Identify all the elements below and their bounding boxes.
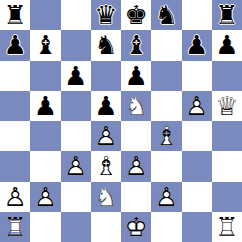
white-bishop-icon[interactable]: ♝♗ <box>155 123 178 149</box>
square-h6[interactable] <box>212 61 242 91</box>
white-pawn-icon[interactable]: ♟♙ <box>124 153 147 179</box>
square-g4[interactable] <box>182 121 212 151</box>
square-e5[interactable]: ♞♘ <box>121 91 151 121</box>
square-a4[interactable] <box>0 121 30 151</box>
piece-outline-layer: ♙ <box>185 93 208 119</box>
square-h2[interactable] <box>212 182 242 212</box>
square-d6[interactable] <box>91 61 121 91</box>
square-e6[interactable]: ♟ <box>121 61 151 91</box>
square-d7[interactable]: ♞ <box>91 30 121 60</box>
white-pawn-icon[interactable]: ♟♙ <box>94 123 117 149</box>
black-pawn-icon[interactable]: ♟ <box>3 32 26 58</box>
black-king-icon[interactable]: ♚ <box>124 2 147 28</box>
black-pawn-icon[interactable]: ♟ <box>34 93 57 119</box>
square-d4[interactable]: ♟♙ <box>91 121 121 151</box>
piece-outline-layer: ♙ <box>94 123 117 149</box>
square-b8[interactable] <box>30 0 60 30</box>
square-b4[interactable] <box>30 121 60 151</box>
square-g7[interactable]: ♟ <box>182 30 212 60</box>
square-g8[interactable] <box>182 0 212 30</box>
black-rook-icon[interactable]: ♜ <box>3 2 26 28</box>
square-f7[interactable] <box>151 30 181 60</box>
piece-outline-layer: ♘ <box>94 184 117 210</box>
square-h3[interactable] <box>212 151 242 181</box>
piece-outline-layer: ♙ <box>155 184 178 210</box>
square-h4[interactable] <box>212 121 242 151</box>
square-h8[interactable]: ♜ <box>212 0 242 30</box>
piece-outline-layer: ♗ <box>94 153 117 179</box>
square-e7[interactable]: ♝ <box>121 30 151 60</box>
black-pawn-icon[interactable]: ♟ <box>215 32 238 58</box>
square-a5[interactable] <box>0 91 30 121</box>
square-c1[interactable] <box>61 212 91 242</box>
white-bishop-icon[interactable]: ♝♗ <box>94 153 117 179</box>
square-c8[interactable] <box>61 0 91 30</box>
square-h5[interactable]: ♛♕ <box>212 91 242 121</box>
square-e3[interactable]: ♟♙ <box>121 151 151 181</box>
chess-board: ♜♛♚♞♜♟♝♞♝♟♟♟♟♟♟♞♘♟♙♛♕♟♙♝♗♟♙♝♗♟♙♟♙♟♙♞♘♟♙♜… <box>0 0 242 242</box>
square-h7[interactable]: ♟ <box>212 30 242 60</box>
black-queen-icon[interactable]: ♛ <box>94 2 117 28</box>
square-b6[interactable] <box>30 61 60 91</box>
black-pawn-icon[interactable]: ♟ <box>94 93 117 119</box>
square-b7[interactable]: ♝ <box>30 30 60 60</box>
white-pawn-icon[interactable]: ♟♙ <box>155 184 178 210</box>
square-f8[interactable]: ♞ <box>151 0 181 30</box>
square-f5[interactable] <box>151 91 181 121</box>
piece-outline-layer: ♙ <box>34 184 57 210</box>
square-a6[interactable] <box>0 61 30 91</box>
square-g3[interactable] <box>182 151 212 181</box>
square-e8[interactable]: ♚ <box>121 0 151 30</box>
square-c6[interactable]: ♟ <box>61 61 91 91</box>
white-queen-icon[interactable]: ♛♕ <box>215 93 238 119</box>
square-a7[interactable]: ♟ <box>0 30 30 60</box>
square-g2[interactable] <box>182 182 212 212</box>
black-bishop-icon[interactable]: ♝ <box>34 32 57 58</box>
square-e1[interactable]: ♚♔ <box>121 212 151 242</box>
black-bishop-icon[interactable]: ♝ <box>124 32 147 58</box>
square-e4[interactable] <box>121 121 151 151</box>
white-rook-icon[interactable]: ♜♖ <box>3 214 26 240</box>
piece-outline-layer: ♙ <box>3 184 26 210</box>
square-a2[interactable]: ♟♙ <box>0 182 30 212</box>
square-f4[interactable]: ♝♗ <box>151 121 181 151</box>
square-d1[interactable] <box>91 212 121 242</box>
square-c5[interactable] <box>61 91 91 121</box>
piece-outline-layer: ♖ <box>215 214 238 240</box>
square-d2[interactable]: ♞♘ <box>91 182 121 212</box>
white-knight-icon[interactable]: ♞♘ <box>124 93 147 119</box>
square-a3[interactable] <box>0 151 30 181</box>
piece-outline-layer: ♕ <box>215 93 238 119</box>
square-b3[interactable] <box>30 151 60 181</box>
square-d5[interactable]: ♟ <box>91 91 121 121</box>
black-pawn-icon[interactable]: ♟ <box>185 32 208 58</box>
square-f6[interactable] <box>151 61 181 91</box>
square-a1[interactable]: ♜♖ <box>0 212 30 242</box>
white-pawn-icon[interactable]: ♟♙ <box>185 93 208 119</box>
square-h1[interactable]: ♜♖ <box>212 212 242 242</box>
square-b1[interactable] <box>30 212 60 242</box>
square-g5[interactable]: ♟♙ <box>182 91 212 121</box>
square-g6[interactable] <box>182 61 212 91</box>
piece-outline-layer: ♔ <box>124 214 147 240</box>
black-knight-icon[interactable]: ♞ <box>155 2 178 28</box>
square-b5[interactable]: ♟ <box>30 91 60 121</box>
white-rook-icon[interactable]: ♜♖ <box>215 214 238 240</box>
piece-outline-layer: ♘ <box>124 93 147 119</box>
square-c3[interactable]: ♟♙ <box>61 151 91 181</box>
square-c4[interactable] <box>61 121 91 151</box>
square-c2[interactable] <box>61 182 91 212</box>
white-pawn-icon[interactable]: ♟♙ <box>34 184 57 210</box>
black-knight-icon[interactable]: ♞ <box>94 32 117 58</box>
square-f3[interactable] <box>151 151 181 181</box>
square-g1[interactable] <box>182 212 212 242</box>
piece-outline-layer: ♙ <box>124 153 147 179</box>
square-d8[interactable]: ♛ <box>91 0 121 30</box>
square-f2[interactable]: ♟♙ <box>151 182 181 212</box>
black-pawn-icon[interactable]: ♟ <box>124 63 147 89</box>
piece-outline-layer: ♗ <box>155 123 178 149</box>
square-b2[interactable]: ♟♙ <box>30 182 60 212</box>
black-pawn-icon[interactable]: ♟ <box>64 63 87 89</box>
white-king-icon[interactable]: ♚♔ <box>124 214 147 240</box>
square-f1[interactable] <box>151 212 181 242</box>
white-pawn-icon[interactable]: ♟♙ <box>64 153 87 179</box>
white-pawn-icon[interactable]: ♟♙ <box>3 184 26 210</box>
white-knight-icon[interactable]: ♞♘ <box>94 184 117 210</box>
square-e2[interactable] <box>121 182 151 212</box>
piece-outline-layer: ♙ <box>64 153 87 179</box>
piece-outline-layer: ♖ <box>3 214 26 240</box>
square-d3[interactable]: ♝♗ <box>91 151 121 181</box>
black-rook-icon[interactable]: ♜ <box>215 2 238 28</box>
square-c7[interactable] <box>61 30 91 60</box>
square-a8[interactable]: ♜ <box>0 0 30 30</box>
